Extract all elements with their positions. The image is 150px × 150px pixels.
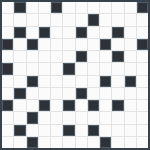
puzzle-screenshot: [0, 0, 150, 150]
grid-cell-r7c7[interactable]: [76, 76, 87, 87]
grid-cell-r2c7[interactable]: [76, 14, 87, 25]
grid-cell-r3c9[interactable]: [100, 27, 111, 38]
grid-cell-r9c10-blocked: [112, 100, 123, 111]
grid-cell-r4c8[interactable]: [88, 39, 99, 50]
grid-cell-r2c5[interactable]: [51, 14, 62, 25]
grid-cell-r9c6-blocked: [63, 100, 74, 111]
puzzle-board: [0, 0, 150, 150]
grid-cell-r4c7[interactable]: [76, 39, 87, 50]
grid-cell-r1c10[interactable]: [112, 2, 123, 13]
grid-cell-r2c8-blocked: [88, 14, 99, 25]
grid-cell-r5c5[interactable]: [51, 51, 62, 62]
grid-cell-r8c1[interactable]: [2, 88, 13, 99]
grid-cell-r4c1-blocked: [2, 39, 13, 50]
grid-cell-r8c4[interactable]: [39, 88, 50, 99]
grid-cell-r6c7[interactable]: [76, 63, 87, 74]
grid-cell-r8c6[interactable]: [63, 88, 74, 99]
grid-cell-r7c3-blocked: [27, 76, 38, 87]
grid-cell-r3c2-blocked: [14, 27, 25, 38]
grid-cell-r7c11-blocked: [125, 76, 136, 87]
grid-cell-r7c10[interactable]: [112, 76, 123, 87]
grid-cell-r11c12[interactable]: [137, 125, 148, 136]
grid-cell-r10c4[interactable]: [39, 112, 50, 123]
grid-cell-r2c1[interactable]: [2, 14, 13, 25]
grid-cell-r5c10-blocked: [112, 51, 123, 62]
grid-cell-r6c8[interactable]: [88, 63, 99, 74]
grid-cell-r5c3[interactable]: [27, 51, 38, 62]
grid-cell-r7c5[interactable]: [51, 76, 62, 87]
grid-cell-r11c9[interactable]: [100, 125, 111, 136]
grid-cell-r3c3[interactable]: [27, 27, 38, 38]
grid-cell-r2c10[interactable]: [112, 14, 123, 25]
grid-cell-r12c3-blocked: [27, 137, 38, 148]
grid-cell-r6c11[interactable]: [125, 63, 136, 74]
grid-cell-r6c2[interactable]: [14, 63, 25, 74]
grid-cell-r1c3[interactable]: [27, 2, 38, 13]
grid-cell-r2c2[interactable]: [14, 14, 25, 25]
grid-cell-r5c4[interactable]: [39, 51, 50, 62]
grid-cell-r10c6[interactable]: [63, 112, 74, 123]
grid-cell-r11c11[interactable]: [125, 125, 136, 136]
grid-cell-r4c2[interactable]: [14, 39, 25, 50]
grid-cell-r5c7-blocked: [76, 51, 87, 62]
grid-cell-r6c1-blocked: [2, 63, 13, 74]
grid-cell-r5c12[interactable]: [137, 51, 148, 62]
grid-cell-r1c2-blocked: [14, 2, 25, 13]
grid-cell-r5c8[interactable]: [88, 51, 99, 62]
grid-cell-r6c9[interactable]: [100, 63, 111, 74]
grid-cell-r6c3[interactable]: [27, 63, 38, 74]
grid-cell-r10c1[interactable]: [2, 112, 13, 123]
grid-cell-r3c1[interactable]: [2, 27, 13, 38]
grid-cell-r10c8[interactable]: [88, 112, 99, 123]
grid-cell-r11c2-blocked: [14, 125, 25, 136]
grid-cell-r10c5[interactable]: [51, 112, 62, 123]
grid-cell-r8c3[interactable]: [27, 88, 38, 99]
grid-cell-r1c1[interactable]: [2, 2, 13, 13]
grid-cell-r7c2[interactable]: [14, 76, 25, 87]
grid-cell-r12c2[interactable]: [14, 137, 25, 148]
grid-cell-r12c4[interactable]: [39, 137, 50, 148]
grid-cell-r9c7[interactable]: [76, 100, 87, 111]
grid-cell-r1c4[interactable]: [39, 2, 50, 13]
grid-cell-r4c10[interactable]: [112, 39, 123, 50]
grid-cell-r4c9-blocked: [100, 39, 111, 50]
grid-cell-r1c12-blocked: [137, 2, 148, 13]
grid-cell-r6c4[interactable]: [39, 63, 50, 74]
grid-cell-r12c9-blocked: [100, 137, 111, 148]
grid-cell-r9c8-blocked: [88, 100, 99, 111]
grid-cell-r8c7-blocked: [76, 88, 87, 99]
grid-cell-r5c6[interactable]: [63, 51, 74, 62]
grid-cell-r10c12[interactable]: [137, 112, 148, 123]
grid-cell-r10c11[interactable]: [125, 112, 136, 123]
grid-cell-r4c12-blocked: [137, 39, 148, 50]
grid-cell-r1c5-blocked: [51, 2, 62, 13]
grid-cell-r6c12[interactable]: [137, 63, 148, 74]
grid-cell-r8c12[interactable]: [137, 88, 148, 99]
grid-cell-r11c10[interactable]: [112, 125, 123, 136]
grid-cell-r5c11[interactable]: [125, 51, 136, 62]
grid-cell-r12c5[interactable]: [51, 137, 62, 148]
grid-cell-r4c11[interactable]: [125, 39, 136, 50]
grid-cell-r9c11[interactable]: [125, 100, 136, 111]
grid-cell-r7c12[interactable]: [137, 76, 148, 87]
grid-cell-r3c5[interactable]: [51, 27, 62, 38]
grid-cell-r12c1[interactable]: [2, 137, 13, 148]
grid-cell-r8c5[interactable]: [51, 88, 62, 99]
grid-cell-r2c6[interactable]: [63, 14, 74, 25]
grid-cell-r3c10-blocked: [112, 27, 123, 38]
grid-cell-r4c3-blocked: [27, 39, 38, 50]
grid-cell-r9c1-blocked: [2, 100, 13, 111]
grid-cell-r3c8[interactable]: [88, 27, 99, 38]
grid-cell-r4c5[interactable]: [51, 39, 62, 50]
grid-cell-r11c8-blocked: [88, 125, 99, 136]
grid-cell-r11c1[interactable]: [2, 125, 13, 136]
grid-cell-r7c9-blocked: [100, 76, 111, 87]
grid-cell-r1c11[interactable]: [125, 2, 136, 13]
grid-cell-r11c5[interactable]: [51, 125, 62, 136]
grid-cell-r9c2[interactable]: [14, 100, 25, 111]
grid-cell-r11c4[interactable]: [39, 125, 50, 136]
grid-cell-r9c9[interactable]: [100, 100, 111, 111]
grid-cell-r7c4[interactable]: [39, 76, 50, 87]
grid-cell-r10c2[interactable]: [14, 112, 25, 123]
grid-cell-r10c10[interactable]: [112, 112, 123, 123]
grid-cell-r10c9[interactable]: [100, 112, 111, 123]
grid-cell-r9c12[interactable]: [137, 100, 148, 111]
grid-cell-r12c11[interactable]: [125, 137, 136, 148]
grid-cell-r11c3[interactable]: [27, 125, 38, 136]
grid-cell-r11c7[interactable]: [76, 125, 87, 136]
grid-cell-r4c4[interactable]: [39, 39, 50, 50]
grid-cell-r3c7-blocked: [76, 27, 87, 38]
grid-cell-r5c2[interactable]: [14, 51, 25, 62]
grid-cell-r5c9[interactable]: [100, 51, 111, 62]
grid-cell-r12c7[interactable]: [76, 137, 87, 148]
grid-cell-r10c7[interactable]: [76, 112, 87, 123]
grid-cell-r2c4[interactable]: [39, 14, 50, 25]
grid-cell-r12c12[interactable]: [137, 137, 148, 148]
grid-cell-r6c6-blocked: [63, 63, 74, 74]
grid-cell-r3c6[interactable]: [63, 27, 74, 38]
grid-cell-r8c10[interactable]: [112, 88, 123, 99]
grid-cell-r1c7[interactable]: [76, 2, 87, 13]
grid-cell-r9c4-blocked: [39, 100, 50, 111]
grid-cell-r7c6[interactable]: [63, 76, 74, 87]
grid-cell-r12c6[interactable]: [63, 137, 74, 148]
grid-cell-r4c6[interactable]: [63, 39, 74, 50]
grid-cell-r6c10[interactable]: [112, 63, 123, 74]
grid-cell-r8c2-blocked: [14, 88, 25, 99]
grid-cell-r1c8[interactable]: [88, 2, 99, 13]
grid-cell-r1c9[interactable]: [100, 2, 111, 13]
grid-cell-r2c9[interactable]: [100, 14, 111, 25]
grid-cell-r3c4-blocked: [39, 27, 50, 38]
grid-cell-r7c1[interactable]: [2, 76, 13, 87]
grid-cell-r1c6[interactable]: [63, 2, 74, 13]
grid-cell-r2c12[interactable]: [137, 14, 148, 25]
grid-cell-r9c5[interactable]: [51, 100, 62, 111]
grid-cell-r8c9[interactable]: [100, 88, 111, 99]
grid-cell-r9c3[interactable]: [27, 100, 38, 111]
grid-cell-r11c6-blocked: [63, 125, 74, 136]
grid-cell-r12c10[interactable]: [112, 137, 123, 148]
grid-cell-r8c11[interactable]: [125, 88, 136, 99]
grid-cell-r5c1[interactable]: [2, 51, 13, 62]
grid-cell-r12c8[interactable]: [88, 137, 99, 148]
grid-cell-r6c5[interactable]: [51, 63, 62, 74]
grid-cell-r3c12[interactable]: [137, 27, 148, 38]
grid-cell-r10c3-blocked: [27, 112, 38, 123]
grid-cell-r7c8[interactable]: [88, 76, 99, 87]
grid-cell-r2c3[interactable]: [27, 14, 38, 25]
grid-cell-r8c8[interactable]: [88, 88, 99, 99]
grid-cell-r3c11[interactable]: [125, 27, 136, 38]
grid-cell-r2c11[interactable]: [125, 14, 136, 25]
